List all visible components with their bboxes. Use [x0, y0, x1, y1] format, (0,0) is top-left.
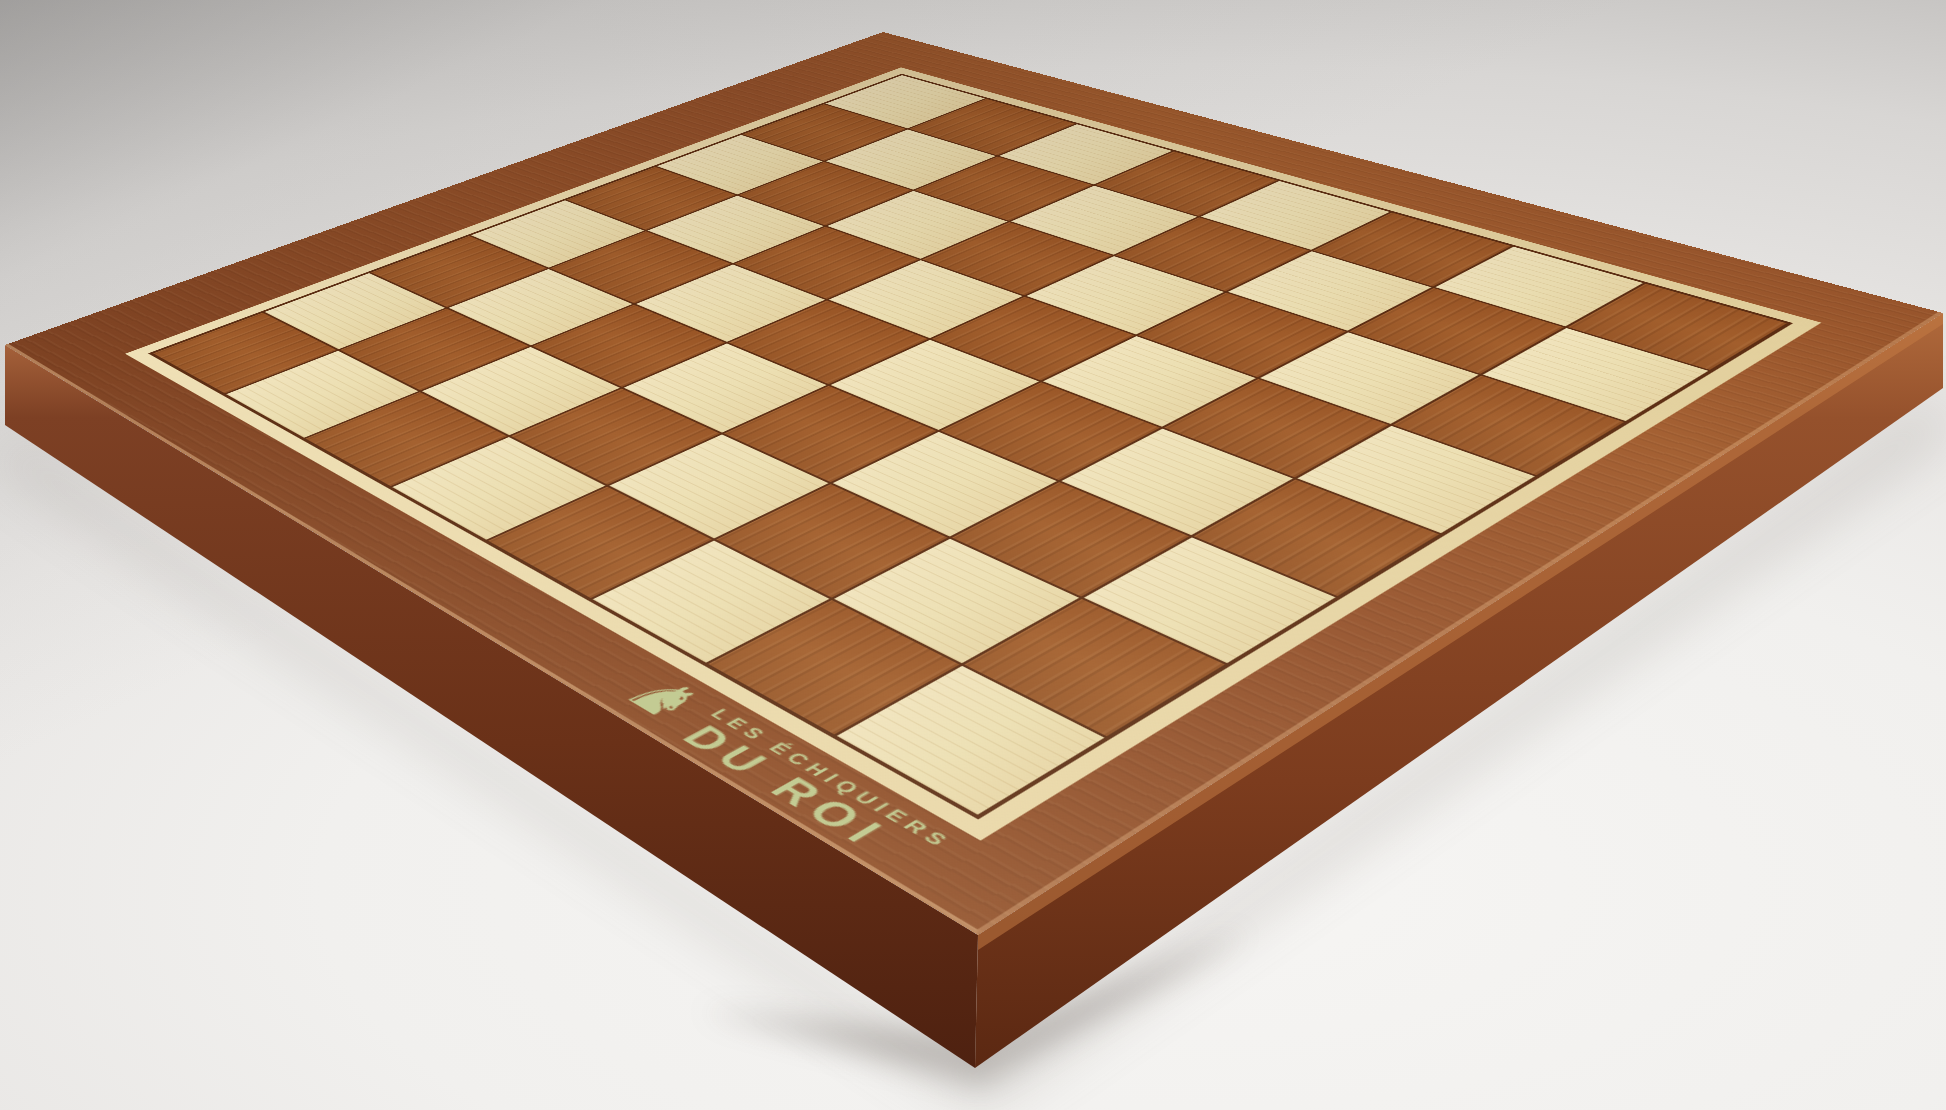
studio-photo-stage: ♞ LES ÉCHIQUIERS DU ROI: [0, 0, 1946, 1110]
